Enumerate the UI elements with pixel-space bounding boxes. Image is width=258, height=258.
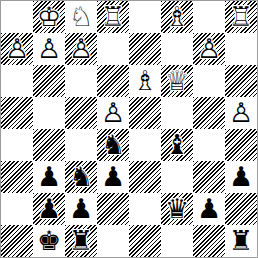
square-c4[interactable]	[65, 129, 97, 161]
piece-glyph: ♜	[65, 225, 97, 257]
white-king: ♚♔	[33, 1, 65, 33]
square-g6[interactable]	[193, 65, 225, 97]
piece-glyph: ♟	[33, 193, 65, 225]
square-b8[interactable]: ♚♔	[33, 1, 65, 33]
square-a7[interactable]: ♟♙	[1, 33, 33, 65]
square-h7[interactable]	[225, 33, 257, 65]
square-d1[interactable]	[97, 225, 129, 257]
black-bishop: ♝♝	[161, 129, 193, 161]
square-e2[interactable]	[129, 193, 161, 225]
square-b5[interactable]	[33, 97, 65, 129]
white-pawn: ♟♙	[1, 33, 33, 65]
piece-glyph: ♕	[161, 65, 193, 97]
black-pawn: ♟♟	[33, 193, 65, 225]
square-d3[interactable]: ♟♟	[97, 161, 129, 193]
black-pawn: ♟♟	[97, 161, 129, 193]
white-knight: ♞♘	[65, 1, 97, 33]
square-g7[interactable]: ♟♙	[193, 33, 225, 65]
chess-diagram-frame: ♚♔♞♘♜♖♝♗♜♖♟♙♟♙♟♙♟♙♝♗♛♕♟♙♟♙♞♞♝♝♟♟♞♞♟♟♟♟♟♟…	[0, 0, 258, 258]
square-g1[interactable]	[193, 225, 225, 257]
square-f8[interactable]: ♝♗	[161, 1, 193, 33]
square-h4[interactable]	[225, 129, 257, 161]
square-d7[interactable]	[97, 33, 129, 65]
square-a3[interactable]	[1, 161, 33, 193]
square-h5[interactable]: ♟♙	[225, 97, 257, 129]
piece-glyph: ♟	[97, 161, 129, 193]
piece-glyph: ♖	[97, 1, 129, 33]
square-h6[interactable]	[225, 65, 257, 97]
square-a4[interactable]	[1, 129, 33, 161]
white-pawn: ♟♙	[225, 97, 257, 129]
square-g8[interactable]	[193, 1, 225, 33]
black-knight: ♞♞	[97, 129, 129, 161]
black-pawn: ♟♟	[65, 193, 97, 225]
black-queen: ♛♛	[161, 193, 193, 225]
square-f3[interactable]	[161, 161, 193, 193]
white-queen: ♛♕	[161, 65, 193, 97]
square-a1[interactable]	[1, 225, 33, 257]
chess-board: ♚♔♞♘♜♖♝♗♜♖♟♙♟♙♟♙♟♙♝♗♛♕♟♙♟♙♞♞♝♝♟♟♞♞♟♟♟♟♟♟…	[1, 1, 257, 257]
square-f4[interactable]: ♝♝	[161, 129, 193, 161]
black-rook: ♜♜	[225, 225, 257, 257]
square-b2[interactable]: ♟♟	[33, 193, 65, 225]
piece-glyph: ♟	[65, 193, 97, 225]
square-b7[interactable]: ♟♙	[33, 33, 65, 65]
square-b1[interactable]: ♚♚	[33, 225, 65, 257]
square-f2[interactable]: ♛♛	[161, 193, 193, 225]
piece-glyph: ♖	[225, 1, 257, 33]
black-pawn: ♟♟	[193, 193, 225, 225]
square-e4[interactable]	[129, 129, 161, 161]
black-king: ♚♚	[33, 225, 65, 257]
square-g4[interactable]	[193, 129, 225, 161]
square-c1[interactable]: ♜♜	[65, 225, 97, 257]
piece-glyph: ♙	[65, 33, 97, 65]
square-c3[interactable]: ♞♞	[65, 161, 97, 193]
white-bishop: ♝♗	[129, 65, 161, 97]
white-pawn: ♟♙	[193, 33, 225, 65]
square-c2[interactable]: ♟♟	[65, 193, 97, 225]
square-e1[interactable]	[129, 225, 161, 257]
square-e3[interactable]	[129, 161, 161, 193]
black-pawn: ♟♟	[225, 161, 257, 193]
square-b3[interactable]: ♟♟	[33, 161, 65, 193]
square-b6[interactable]	[33, 65, 65, 97]
square-h8[interactable]: ♜♖	[225, 1, 257, 33]
piece-glyph: ♟	[33, 161, 65, 193]
piece-glyph: ♛	[161, 193, 193, 225]
square-f7[interactable]	[161, 33, 193, 65]
square-a5[interactable]	[1, 97, 33, 129]
square-h2[interactable]	[225, 193, 257, 225]
square-a6[interactable]	[1, 65, 33, 97]
square-c7[interactable]: ♟♙	[65, 33, 97, 65]
piece-glyph: ♔	[33, 1, 65, 33]
piece-glyph: ♚	[33, 225, 65, 257]
white-rook: ♜♖	[225, 1, 257, 33]
piece-glyph: ♟	[225, 161, 257, 193]
black-knight: ♞♞	[65, 161, 97, 193]
white-bishop: ♝♗	[161, 1, 193, 33]
square-f1[interactable]	[161, 225, 193, 257]
square-g5[interactable]	[193, 97, 225, 129]
piece-glyph: ♙	[97, 97, 129, 129]
square-a2[interactable]	[1, 193, 33, 225]
square-c5[interactable]	[65, 97, 97, 129]
square-e6[interactable]: ♝♗	[129, 65, 161, 97]
square-b4[interactable]	[33, 129, 65, 161]
square-e8[interactable]	[129, 1, 161, 33]
black-pawn: ♟♟	[33, 161, 65, 193]
piece-glyph: ♗	[129, 65, 161, 97]
piece-glyph: ♙	[1, 33, 33, 65]
black-rook: ♜♜	[65, 225, 97, 257]
white-pawn: ♟♙	[97, 97, 129, 129]
square-g3[interactable]	[193, 161, 225, 193]
square-c6[interactable]	[65, 65, 97, 97]
piece-glyph: ♝	[161, 129, 193, 161]
square-d5[interactable]: ♟♙	[97, 97, 129, 129]
white-rook: ♜♖	[97, 1, 129, 33]
square-e5[interactable]	[129, 97, 161, 129]
square-d4[interactable]: ♞♞	[97, 129, 129, 161]
piece-glyph: ♞	[65, 161, 97, 193]
piece-glyph: ♜	[225, 225, 257, 257]
piece-glyph: ♗	[161, 1, 193, 33]
square-f6[interactable]: ♛♕	[161, 65, 193, 97]
piece-glyph: ♙	[225, 97, 257, 129]
square-g2[interactable]: ♟♟	[193, 193, 225, 225]
white-pawn: ♟♙	[65, 33, 97, 65]
square-d6[interactable]	[97, 65, 129, 97]
square-h3[interactable]: ♟♟	[225, 161, 257, 193]
piece-glyph: ♘	[65, 1, 97, 33]
square-f5[interactable]	[161, 97, 193, 129]
square-d8[interactable]: ♜♖	[97, 1, 129, 33]
white-pawn: ♟♙	[33, 33, 65, 65]
piece-glyph: ♟	[193, 193, 225, 225]
piece-glyph: ♙	[33, 33, 65, 65]
square-c8[interactable]: ♞♘	[65, 1, 97, 33]
piece-glyph: ♞	[97, 129, 129, 161]
square-a8[interactable]	[1, 1, 33, 33]
square-e7[interactable]	[129, 33, 161, 65]
square-h1[interactable]: ♜♜	[225, 225, 257, 257]
piece-glyph: ♙	[193, 33, 225, 65]
square-d2[interactable]	[97, 193, 129, 225]
